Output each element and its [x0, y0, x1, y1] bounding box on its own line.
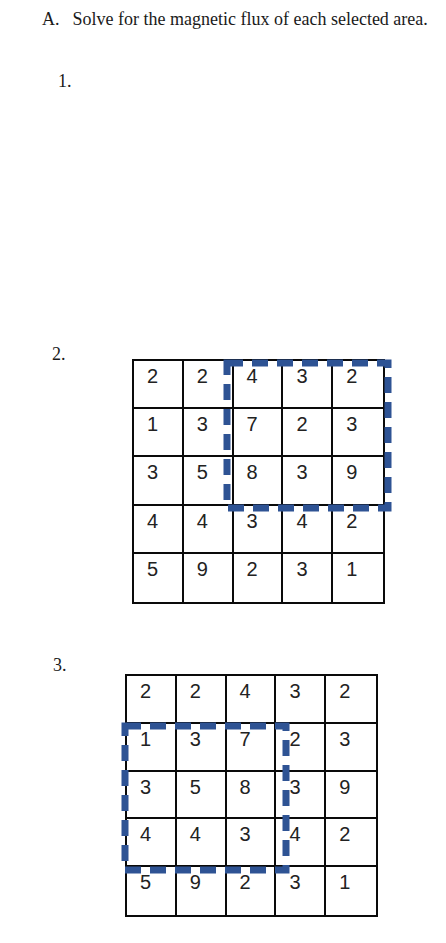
grid2-cell-r3c1: 3: [134, 457, 184, 505]
grid3-cell-r4c5: 2: [326, 819, 376, 867]
grid3-cell-r2c5: 3: [326, 724, 376, 772]
grid3-cell-r3c2: 5: [177, 772, 227, 820]
grid3-cell-r1c1: 2: [127, 676, 177, 724]
grid3-cell-r2c3: 7: [227, 724, 277, 772]
grid3-cell-r1c2: 2: [177, 676, 227, 724]
grid3-cell-r4c4: 4: [276, 819, 326, 867]
grid2-cell-r4c5: 2: [333, 506, 383, 554]
grid3-cell-r5c2: 9: [177, 867, 227, 915]
grid3-cell-r1c4: 3: [276, 676, 326, 724]
grid3-cell-r5c5: 1: [326, 867, 376, 915]
grid2-cell-r2c3: 7: [234, 409, 284, 457]
grid3-cell-r2c4: 2: [276, 724, 326, 772]
grid3-cell-r4c1: 4: [127, 819, 177, 867]
grid2-cell-r5c1: 5: [134, 554, 184, 602]
section-title-text: Solve for the magnetic flux of each sele…: [73, 8, 428, 30]
grid-3: 2243213723358394434259231: [125, 674, 378, 917]
grid2-cell-r4c1: 4: [134, 506, 184, 554]
grid3-cell-r3c4: 3: [276, 772, 326, 820]
grid3-cell-r4c2: 4: [177, 819, 227, 867]
grid3-cell-r1c3: 4: [227, 676, 277, 724]
item-3-label: 3.: [53, 655, 67, 676]
grid2-cell-r1c4: 3: [283, 361, 333, 409]
grid2-cell-r3c5: 9: [333, 457, 383, 505]
grid3-cell-r2c2: 3: [177, 724, 227, 772]
item-1-label: 1.: [58, 71, 72, 92]
grid2-cell-r2c2: 3: [184, 409, 234, 457]
grid2-cell-r3c2: 5: [184, 457, 234, 505]
grid2-cell-r5c4: 3: [283, 554, 333, 602]
grid3-cell-r4c3: 3: [227, 819, 277, 867]
grid2-cell-r1c5: 2: [333, 361, 383, 409]
grid2-cell-r1c1: 2: [134, 361, 184, 409]
grid2-cell-r2c4: 2: [283, 409, 333, 457]
grid2-cell-r4c3: 3: [234, 506, 284, 554]
grid2-cell-r2c1: 1: [134, 409, 184, 457]
grid2-cell-r3c4: 3: [283, 457, 333, 505]
grid3-cell-r2c1: 1: [127, 724, 177, 772]
grid2-cell-r5c2: 9: [184, 554, 234, 602]
grid3-cell-r5c4: 3: [276, 867, 326, 915]
section-title: A. Solve for the magnetic flux of each s…: [42, 8, 428, 30]
section-letter: A.: [42, 8, 60, 30]
grid2-cell-r5c3: 2: [234, 554, 284, 602]
grid3-cell-r1c5: 2: [326, 676, 376, 724]
grid3-cell-r3c1: 3: [127, 772, 177, 820]
grid-2: 2243213723358394434259231: [132, 359, 385, 604]
grid2-cell-r1c2: 2: [184, 361, 234, 409]
grid3-cell-r5c1: 5: [127, 867, 177, 915]
grid2-cell-r5c5: 1: [333, 554, 383, 602]
grid2-cell-r2c5: 3: [333, 409, 383, 457]
worksheet-page: A. Solve for the magnetic flux of each s…: [0, 0, 446, 943]
grid2-cell-r4c2: 4: [184, 506, 234, 554]
grid2-cell-r4c4: 4: [283, 506, 333, 554]
grid3-cell-r3c5: 9: [326, 772, 376, 820]
grid3-cell-r3c3: 8: [227, 772, 277, 820]
item-2-label: 2.: [52, 344, 66, 365]
grid2-cell-r3c3: 8: [234, 457, 284, 505]
grid3-cell-r5c3: 2: [227, 867, 277, 915]
grid2-cell-r1c3: 4: [234, 361, 284, 409]
